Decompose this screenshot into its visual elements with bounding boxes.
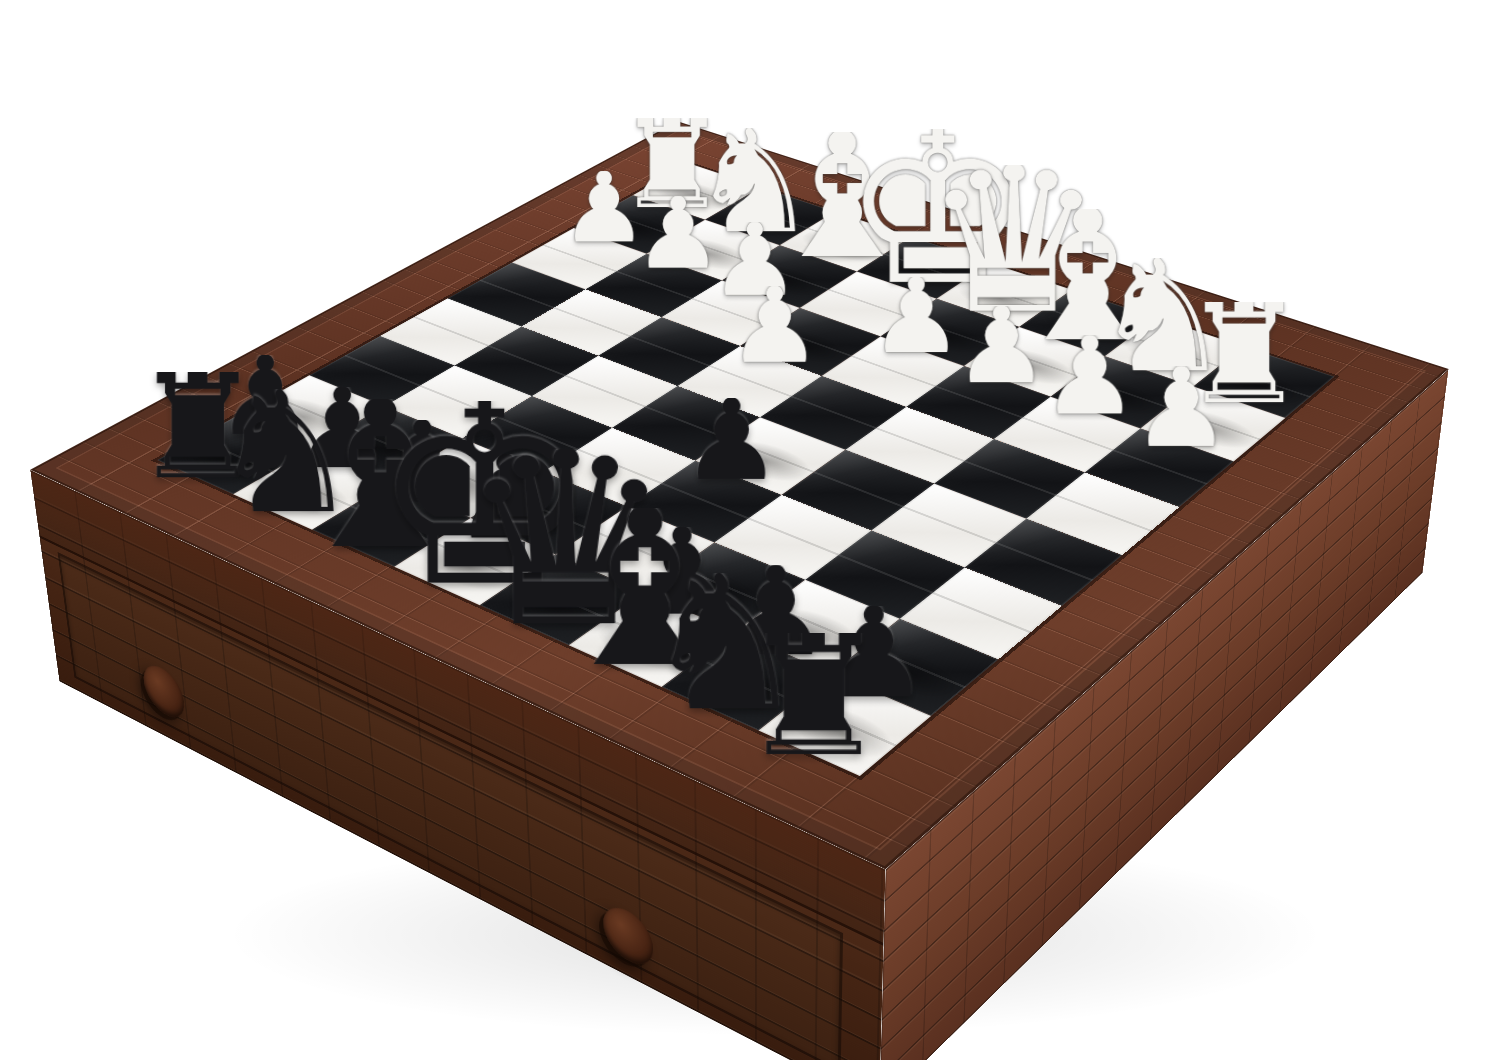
piece-white-pawn-b2: ♟: [1037, 335, 1142, 416]
drawer-knob-right: [602, 898, 653, 973]
drawer-knob-left: [141, 658, 186, 725]
product-photo-page: ♜♞♝♚♛♝♞♜♟♟♟♟♟♟♟♟♟♟♟♟♟♟♟♟♜♞♝♚♛♝♞♜: [0, 0, 1500, 1060]
piece-white-pawn-e3: ♟: [724, 286, 826, 365]
chess-box: ♜♞♝♚♛♝♞♜♟♟♟♟♟♟♟♟♟♟♟♟♟♟♟♟♜♞♝♚♛♝♞♜: [30, 121, 1448, 869]
piece-white-pawn-a2: ♟: [1128, 366, 1235, 448]
piece-black-rook-a8: ♜: [739, 633, 865, 759]
chess-set-scene: ♜♞♝♚♛♝♞♜♟♟♟♟♟♟♟♟♟♟♟♟♟♟♟♟♜♞♝♚♛♝♞♜: [254, 0, 1266, 924]
